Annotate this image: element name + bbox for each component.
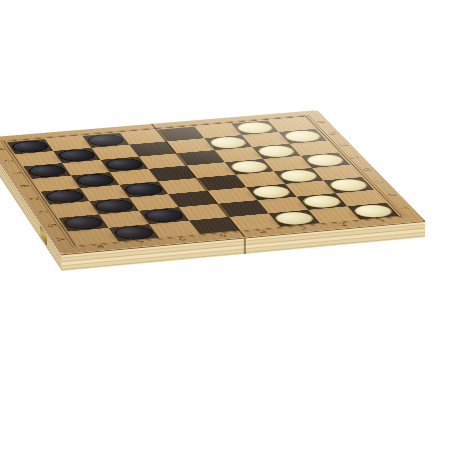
checker-black-F8 [26, 164, 69, 178]
checker-black-H8 [9, 140, 51, 154]
board-surface: HGFEDCBA HGFEDCBA 87654321 [0, 110, 425, 254]
square-B5 [179, 204, 229, 221]
coordinate-label: F [336, 144, 352, 147]
coordinate-label: C [34, 210, 51, 214]
checker-black-F6 [103, 157, 146, 171]
square-D5 [158, 178, 207, 194]
coordinate-label: H [313, 120, 329, 124]
square-B8 [59, 214, 109, 231]
coordinate-label: D [25, 197, 42, 201]
coordinate-label: 8 [96, 244, 106, 250]
square-B6 [139, 207, 189, 224]
photo-stage: HGFEDCBA HGFEDCBA 87654321 [0, 0, 450, 450]
square-C7 [89, 198, 138, 215]
coordinate-label: 2 [338, 222, 349, 228]
square-D8 [41, 188, 90, 204]
square-D6 [119, 181, 168, 197]
coordinate-label: 1 [377, 218, 388, 224]
square-B7 [99, 211, 149, 228]
coordinate-label: D [359, 168, 376, 172]
coordinate-label: G [0, 159, 16, 163]
square-C3 [246, 184, 296, 200]
coordinate-label: E [347, 156, 363, 159]
coordinate-label: B [383, 193, 400, 197]
square-C2 [285, 180, 335, 196]
coordinate-label: G [324, 132, 340, 136]
coordinate-label: 6 [177, 236, 187, 242]
square-C5 [168, 191, 218, 208]
square-C6 [129, 194, 179, 211]
square-B2 [297, 193, 348, 210]
square-B3 [257, 197, 308, 214]
coordinate-label: A [396, 206, 413, 210]
coordinate-label: C [371, 180, 388, 184]
coordinate-label: E [16, 184, 32, 188]
fold-seam-edge [244, 237, 246, 254]
square-B1 [335, 190, 386, 206]
checker-black-G7 [56, 149, 98, 163]
coordinate-label: 4 [258, 229, 268, 235]
square-C8 [50, 201, 99, 218]
coordinate-label: 5 [218, 233, 228, 239]
coordinate-label: A [52, 237, 69, 241]
coordinate-label: B [43, 223, 60, 227]
board-3d-wrap: HGFEDCBA HGFEDCBA 87654321 [0, 110, 425, 254]
coordinate-label: 7 [137, 240, 147, 246]
checker-black-H6 [85, 134, 127, 147]
square-D7 [80, 185, 129, 201]
coordinate-label: 3 [298, 225, 308, 231]
